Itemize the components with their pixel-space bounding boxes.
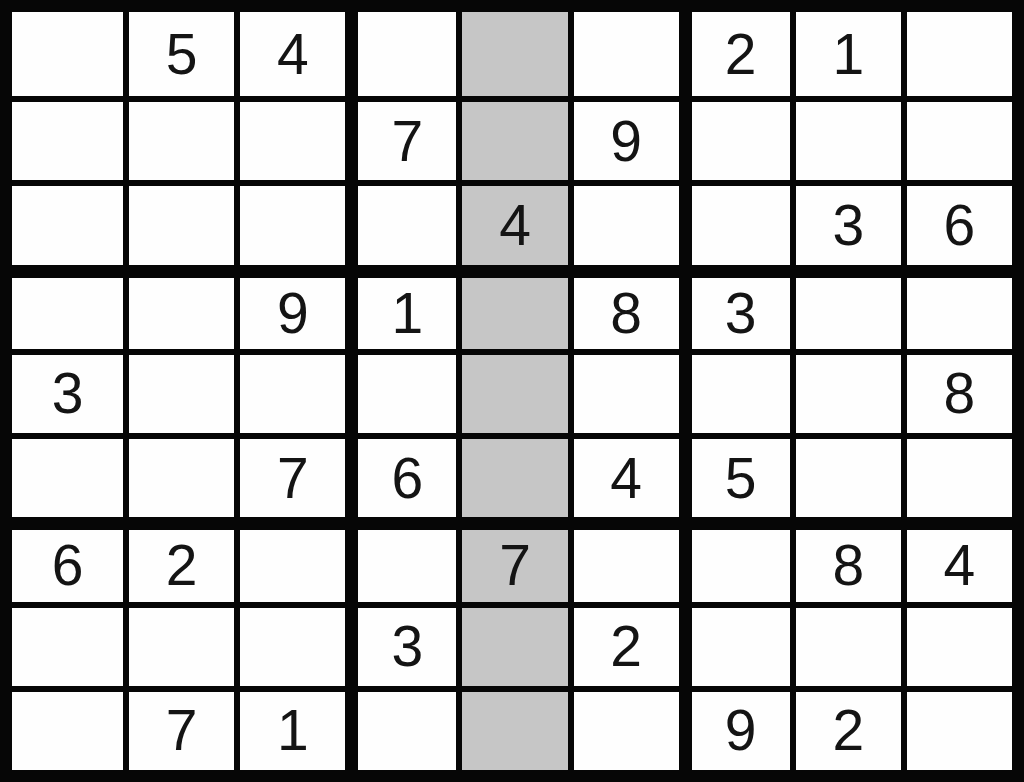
cell-r2c7[interactable] xyxy=(679,96,790,180)
cell-r5c4[interactable] xyxy=(345,349,456,433)
cell-r5c8[interactable] xyxy=(790,349,901,433)
cell-r1c7[interactable]: 2 xyxy=(679,12,790,96)
cell-r9c1[interactable] xyxy=(12,686,123,770)
cell-r7c7[interactable] xyxy=(679,517,790,601)
cell-r2c5[interactable] xyxy=(456,96,567,180)
cell-r5c2[interactable] xyxy=(123,349,234,433)
cell-r3c6[interactable] xyxy=(568,180,679,264)
cell-r3c2[interactable] xyxy=(123,180,234,264)
cell-r3c7[interactable] xyxy=(679,180,790,264)
cell-r5c9[interactable]: 8 xyxy=(901,349,1012,433)
cell-r7c3[interactable] xyxy=(234,517,345,601)
cell-r4c1[interactable] xyxy=(12,265,123,349)
cell-r3c9[interactable]: 6 xyxy=(901,180,1012,264)
cell-r1c8[interactable]: 1 xyxy=(790,12,901,96)
cell-r8c1[interactable] xyxy=(12,602,123,686)
cell-r2c4[interactable]: 7 xyxy=(345,96,456,180)
cell-r3c1[interactable] xyxy=(12,180,123,264)
cell-r6c2[interactable] xyxy=(123,433,234,517)
cell-r8c6[interactable]: 2 xyxy=(568,602,679,686)
cell-r8c7[interactable] xyxy=(679,602,790,686)
cell-r2c2[interactable] xyxy=(123,96,234,180)
cell-r4c9[interactable] xyxy=(901,265,1012,349)
cell-r7c5[interactable]: 7 xyxy=(456,517,567,601)
cell-r5c3[interactable] xyxy=(234,349,345,433)
cell-r4c4[interactable]: 1 xyxy=(345,265,456,349)
cell-r8c2[interactable] xyxy=(123,602,234,686)
cell-r7c8[interactable]: 8 xyxy=(790,517,901,601)
cell-r9c5[interactable] xyxy=(456,686,567,770)
cell-r3c4[interactable] xyxy=(345,180,456,264)
cell-r8c4[interactable]: 3 xyxy=(345,602,456,686)
cell-r7c9[interactable]: 4 xyxy=(901,517,1012,601)
cell-r6c1[interactable] xyxy=(12,433,123,517)
cell-r5c1[interactable]: 3 xyxy=(12,349,123,433)
cell-r6c9[interactable] xyxy=(901,433,1012,517)
cell-r6c7[interactable]: 5 xyxy=(679,433,790,517)
cell-r4c2[interactable] xyxy=(123,265,234,349)
cell-r5c5[interactable] xyxy=(456,349,567,433)
cell-r1c5[interactable] xyxy=(456,12,567,96)
cell-r6c8[interactable] xyxy=(790,433,901,517)
cell-r1c6[interactable] xyxy=(568,12,679,96)
cell-r1c9[interactable] xyxy=(901,12,1012,96)
cell-r5c7[interactable] xyxy=(679,349,790,433)
cell-r2c3[interactable] xyxy=(234,96,345,180)
cell-r4c7[interactable]: 3 xyxy=(679,265,790,349)
cell-r9c6[interactable] xyxy=(568,686,679,770)
cell-r9c7[interactable]: 9 xyxy=(679,686,790,770)
cell-r7c6[interactable] xyxy=(568,517,679,601)
cell-r8c8[interactable] xyxy=(790,602,901,686)
cell-r1c1[interactable] xyxy=(12,12,123,96)
cell-r7c2[interactable]: 2 xyxy=(123,517,234,601)
cell-r9c9[interactable] xyxy=(901,686,1012,770)
cell-r2c1[interactable] xyxy=(12,96,123,180)
cell-r1c2[interactable]: 5 xyxy=(123,12,234,96)
cell-r5c6[interactable] xyxy=(568,349,679,433)
cell-r4c3[interactable]: 9 xyxy=(234,265,345,349)
cell-r9c2[interactable]: 7 xyxy=(123,686,234,770)
cell-r4c5[interactable] xyxy=(456,265,567,349)
cell-r1c4[interactable] xyxy=(345,12,456,96)
cell-r1c3[interactable]: 4 xyxy=(234,12,345,96)
cell-r8c3[interactable] xyxy=(234,602,345,686)
cell-r8c5[interactable] xyxy=(456,602,567,686)
cell-r9c4[interactable] xyxy=(345,686,456,770)
cell-r3c3[interactable] xyxy=(234,180,345,264)
cell-r7c4[interactable] xyxy=(345,517,456,601)
cell-r6c6[interactable]: 4 xyxy=(568,433,679,517)
sudoku-board: 542179436918338764562784327192 xyxy=(0,0,1024,782)
cell-r4c6[interactable]: 8 xyxy=(568,265,679,349)
cell-r2c6[interactable]: 9 xyxy=(568,96,679,180)
cell-r6c3[interactable]: 7 xyxy=(234,433,345,517)
cell-r6c4[interactable]: 6 xyxy=(345,433,456,517)
cell-r9c8[interactable]: 2 xyxy=(790,686,901,770)
cell-r6c5[interactable] xyxy=(456,433,567,517)
cell-r4c8[interactable] xyxy=(790,265,901,349)
cell-r3c5[interactable]: 4 xyxy=(456,180,567,264)
cell-r3c8[interactable]: 3 xyxy=(790,180,901,264)
cell-r7c1[interactable]: 6 xyxy=(12,517,123,601)
cell-r2c8[interactable] xyxy=(790,96,901,180)
cell-r8c9[interactable] xyxy=(901,602,1012,686)
cell-r9c3[interactable]: 1 xyxy=(234,686,345,770)
cell-r2c9[interactable] xyxy=(901,96,1012,180)
